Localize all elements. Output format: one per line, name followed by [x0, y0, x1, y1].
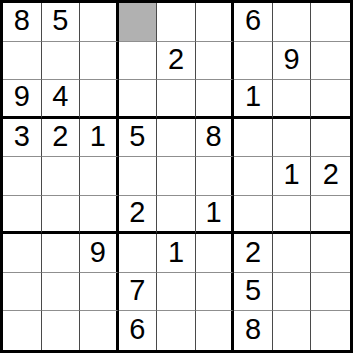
- cell-r7c9[interactable]: [311, 234, 350, 273]
- cell-r6c3[interactable]: [80, 196, 119, 235]
- cell-r2c3[interactable]: [80, 42, 119, 81]
- cell-r1c6[interactable]: [196, 3, 235, 42]
- cell-r8c5[interactable]: [157, 273, 196, 312]
- cell-r6c7[interactable]: [234, 196, 273, 235]
- cell-r7c3[interactable]: 9: [80, 234, 119, 273]
- cell-r9c6[interactable]: [196, 311, 235, 350]
- cell-r3c4[interactable]: [119, 80, 158, 119]
- cell-r4c4[interactable]: 5: [119, 119, 158, 158]
- cell-r3c2[interactable]: 4: [42, 80, 81, 119]
- cell-r6c8[interactable]: [273, 196, 312, 235]
- cell-r5c4[interactable]: [119, 157, 158, 196]
- cell-r3c5[interactable]: [157, 80, 196, 119]
- cell-r1c1[interactable]: 8: [3, 3, 42, 42]
- cell-r2c1[interactable]: [3, 42, 42, 81]
- cell-r3c8[interactable]: [273, 80, 312, 119]
- cell-r6c4[interactable]: 2: [119, 196, 158, 235]
- cell-r4c7[interactable]: [234, 119, 273, 158]
- cell-r7c8[interactable]: [273, 234, 312, 273]
- given-digit: 4: [52, 82, 68, 111]
- cell-r4c8[interactable]: [273, 119, 312, 158]
- cell-r5c7[interactable]: [234, 157, 273, 196]
- cell-r8c6[interactable]: [196, 273, 235, 312]
- cell-r6c5[interactable]: [157, 196, 196, 235]
- given-digit: 7: [129, 276, 145, 305]
- sudoku-board: 856299413215812219127568: [0, 0, 353, 353]
- cell-r2c5[interactable]: 2: [157, 42, 196, 81]
- cell-r2c8[interactable]: 9: [273, 42, 312, 81]
- cell-r3c6[interactable]: [196, 80, 235, 119]
- cell-r9c2[interactable]: [42, 311, 81, 350]
- cell-r9c5[interactable]: [157, 311, 196, 350]
- cell-r6c1[interactable]: [3, 196, 42, 235]
- cell-r7c6[interactable]: [196, 234, 235, 273]
- given-digit: 6: [245, 6, 261, 35]
- cell-r6c9[interactable]: [311, 196, 350, 235]
- cell-r2c9[interactable]: [311, 42, 350, 81]
- cell-r1c8[interactable]: [273, 3, 312, 42]
- cell-r4c3[interactable]: 1: [80, 119, 119, 158]
- given-digit: 5: [245, 276, 261, 305]
- cell-r5c6[interactable]: [196, 157, 235, 196]
- cell-r3c7[interactable]: 1: [234, 80, 273, 119]
- cell-r1c9[interactable]: [311, 3, 350, 42]
- cell-r7c2[interactable]: [42, 234, 81, 273]
- given-digit: 2: [323, 160, 339, 189]
- cell-r4c9[interactable]: [311, 119, 350, 158]
- given-digit: 8: [205, 122, 221, 151]
- cell-r8c9[interactable]: [311, 273, 350, 312]
- given-digit: 2: [168, 45, 184, 74]
- cell-r9c9[interactable]: [311, 311, 350, 350]
- cell-r5c3[interactable]: [80, 157, 119, 196]
- given-digit: 2: [52, 122, 68, 151]
- given-digit: 1: [168, 238, 184, 267]
- cell-r4c2[interactable]: 2: [42, 119, 81, 158]
- cell-r9c4[interactable]: 6: [119, 311, 158, 350]
- cell-r9c7[interactable]: 8: [234, 311, 273, 350]
- cell-r7c4[interactable]: [119, 234, 158, 273]
- cell-r1c7[interactable]: 6: [234, 3, 273, 42]
- cell-r8c1[interactable]: [3, 273, 42, 312]
- cell-r1c3[interactable]: [80, 3, 119, 42]
- cell-r9c1[interactable]: [3, 311, 42, 350]
- cell-r4c1[interactable]: 3: [3, 119, 42, 158]
- given-digit: 1: [284, 160, 300, 189]
- given-digit: 3: [14, 122, 30, 151]
- cell-r3c3[interactable]: [80, 80, 119, 119]
- cell-r4c5[interactable]: [157, 119, 196, 158]
- cell-r8c7[interactable]: 5: [234, 273, 273, 312]
- given-digit: 9: [90, 238, 106, 267]
- cell-r3c1[interactable]: 9: [3, 80, 42, 119]
- given-digit: 1: [90, 122, 106, 151]
- cell-r5c2[interactable]: [42, 157, 81, 196]
- cell-r7c5[interactable]: 1: [157, 234, 196, 273]
- cell-r8c4[interactable]: 7: [119, 273, 158, 312]
- cell-r8c8[interactable]: [273, 273, 312, 312]
- given-digit: 5: [52, 6, 68, 35]
- cell-r3c9[interactable]: [311, 80, 350, 119]
- cell-r2c2[interactable]: [42, 42, 81, 81]
- cell-r9c3[interactable]: [80, 311, 119, 350]
- cell-r1c5[interactable]: [157, 3, 196, 42]
- given-digit: 2: [245, 238, 261, 267]
- cell-r5c1[interactable]: [3, 157, 42, 196]
- cell-r6c2[interactable]: [42, 196, 81, 235]
- cell-r8c3[interactable]: [80, 273, 119, 312]
- given-digit: 2: [129, 198, 145, 227]
- cell-r9c8[interactable]: [273, 311, 312, 350]
- cell-r5c8[interactable]: 1: [273, 157, 312, 196]
- cell-r2c6[interactable]: [196, 42, 235, 81]
- cell-r6c6[interactable]: 1: [196, 196, 235, 235]
- cell-r7c7[interactable]: 2: [234, 234, 273, 273]
- cell-r2c4[interactable]: [119, 42, 158, 81]
- cell-r1c2[interactable]: 5: [42, 3, 81, 42]
- cell-r5c9[interactable]: 2: [311, 157, 350, 196]
- given-digit: 1: [245, 82, 261, 111]
- cell-r2c7[interactable]: [234, 42, 273, 81]
- given-digit: 8: [14, 6, 30, 35]
- cell-r1c4-highlighted[interactable]: [119, 3, 158, 42]
- cell-r7c1[interactable]: [3, 234, 42, 273]
- cell-r5c5[interactable]: [157, 157, 196, 196]
- given-digit: 6: [129, 315, 145, 344]
- cell-r8c2[interactable]: [42, 273, 81, 312]
- given-digit: 9: [14, 82, 30, 111]
- cell-r4c6[interactable]: 8: [196, 119, 235, 158]
- given-digit: 9: [284, 45, 300, 74]
- given-digit: 8: [245, 315, 261, 344]
- given-digit: 1: [205, 198, 221, 227]
- given-digit: 5: [129, 122, 145, 151]
